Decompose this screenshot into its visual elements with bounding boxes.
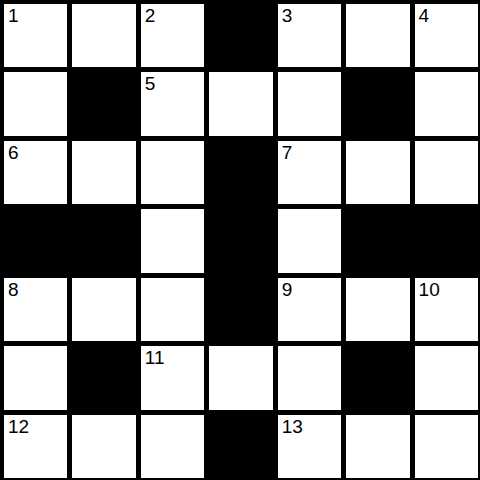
white-cell[interactable]: 13 [278,415,341,478]
white-cell[interactable] [278,72,341,135]
clue-number: 1 [8,5,19,27]
crossword-board: 12345678910111213 [0,0,480,480]
black-cell [72,346,135,409]
white-cell[interactable]: 8 [4,278,67,341]
black-cell [209,209,272,272]
black-cell [209,4,272,67]
white-cell[interactable] [346,141,409,204]
white-cell[interactable]: 2 [141,4,204,67]
white-cell[interactable]: 3 [278,4,341,67]
white-cell[interactable] [72,141,135,204]
white-cell[interactable] [346,4,409,67]
white-cell[interactable] [72,278,135,341]
white-cell[interactable] [141,278,204,341]
white-cell[interactable] [415,346,478,409]
clue-number: 4 [419,5,430,27]
white-cell[interactable] [141,141,204,204]
white-cell[interactable] [4,346,67,409]
white-cell[interactable] [415,72,478,135]
black-cell [346,72,409,135]
black-cell [209,278,272,341]
white-cell[interactable] [141,415,204,478]
white-cell[interactable]: 7 [278,141,341,204]
clue-number: 9 [282,279,293,301]
clue-number: 13 [282,416,303,438]
white-cell[interactable]: 6 [4,141,67,204]
white-cell[interactable] [209,346,272,409]
white-cell[interactable] [72,415,135,478]
clue-number: 6 [8,142,19,164]
black-cell [72,209,135,272]
clue-number: 3 [282,5,293,27]
white-cell[interactable] [346,415,409,478]
black-cell [209,141,272,204]
clue-number: 7 [282,142,293,164]
black-cell [72,72,135,135]
clue-number: 5 [145,73,156,95]
white-cell[interactable] [415,415,478,478]
white-cell[interactable]: 12 [4,415,67,478]
black-cell [4,209,67,272]
white-cell[interactable] [141,209,204,272]
white-cell[interactable]: 10 [415,278,478,341]
white-cell[interactable]: 4 [415,4,478,67]
clue-number: 2 [145,5,156,27]
white-cell[interactable] [209,72,272,135]
clue-number: 10 [419,279,440,301]
white-cell[interactable] [415,141,478,204]
white-cell[interactable]: 9 [278,278,341,341]
black-cell [346,209,409,272]
white-cell[interactable]: 1 [4,4,67,67]
clue-number: 8 [8,279,19,301]
black-cell [346,346,409,409]
white-cell[interactable] [278,209,341,272]
white-cell[interactable]: 5 [141,72,204,135]
crossword-puzzle: 12345678910111213 [0,0,480,480]
clue-number: 11 [145,347,165,369]
clue-number: 12 [8,416,29,438]
black-cell [209,415,272,478]
white-cell[interactable] [4,72,67,135]
white-cell[interactable]: 11 [141,346,204,409]
white-cell[interactable] [346,278,409,341]
white-cell[interactable] [278,346,341,409]
black-cell [415,209,478,272]
white-cell[interactable] [72,4,135,67]
